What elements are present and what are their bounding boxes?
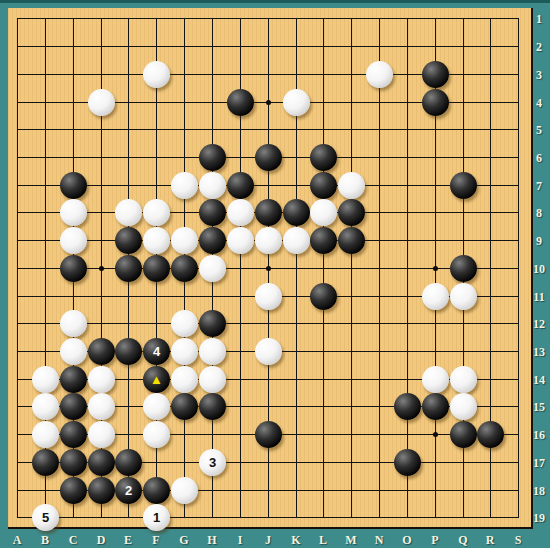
stone-C14 — [60, 366, 87, 393]
stone-E13 — [115, 338, 142, 365]
stone-Q16 — [450, 421, 477, 448]
star-point — [99, 266, 104, 271]
coord-letter-C: C — [65, 533, 81, 548]
go-app-window: 4▲3251ABCDEFGHIJKLMNOPQRS123456789101112… — [0, 0, 550, 548]
coord-letter-M: M — [343, 533, 359, 548]
coord-number-13: 13 — [528, 345, 550, 360]
grid-line-vertical — [323, 18, 324, 518]
stone-E8 — [115, 199, 142, 226]
stone-R16 — [477, 421, 504, 448]
star-point — [266, 266, 271, 271]
coord-number-9: 9 — [528, 234, 550, 249]
stone-Q7 — [450, 172, 477, 199]
stone-L8 — [310, 199, 337, 226]
stone-I9 — [227, 227, 254, 254]
coord-letter-E: E — [120, 533, 136, 548]
stone-G13 — [171, 338, 198, 365]
stone-P15 — [422, 393, 449, 420]
coord-number-7: 7 — [528, 179, 550, 194]
stone-H10 — [199, 255, 226, 282]
stone-D13 — [88, 338, 115, 365]
stone-P14 — [422, 366, 449, 393]
stone-J9 — [255, 227, 282, 254]
stone-C13 — [60, 338, 87, 365]
stone-Q15 — [450, 393, 477, 420]
stone-C12 — [60, 310, 87, 337]
coord-letter-Q: Q — [455, 533, 471, 548]
stone-L9 — [310, 227, 337, 254]
stone-L11 — [310, 283, 337, 310]
coord-letter-S: S — [510, 533, 526, 548]
stone-C9 — [60, 227, 87, 254]
stone-I8 — [227, 199, 254, 226]
stone-O17 — [394, 449, 421, 476]
stone-C17 — [60, 449, 87, 476]
coord-letter-I: I — [232, 533, 248, 548]
stone-F8 — [143, 199, 170, 226]
stone-G15 — [171, 393, 198, 420]
coord-number-16: 16 — [528, 428, 550, 443]
coord-letter-P: P — [427, 533, 443, 548]
coord-number-8: 8 — [528, 206, 550, 221]
stone-Q10 — [450, 255, 477, 282]
coord-number-11: 11 — [528, 290, 550, 305]
stone-L6 — [310, 144, 337, 171]
stone-G14 — [171, 366, 198, 393]
grid-line-vertical — [518, 18, 519, 518]
stone-E10 — [115, 255, 142, 282]
stone-K4 — [283, 89, 310, 116]
window-top-edge — [0, 0, 550, 3]
stone-C16 — [60, 421, 87, 448]
coord-letter-R: R — [482, 533, 498, 548]
move-number-label: 4 — [153, 345, 160, 358]
stone-F18 — [143, 477, 170, 504]
coord-letter-J: J — [260, 533, 276, 548]
stone-F13: 4 — [143, 338, 170, 365]
stone-P4 — [422, 89, 449, 116]
stone-H7 — [199, 172, 226, 199]
stone-C15 — [60, 393, 87, 420]
stone-M8 — [338, 199, 365, 226]
stone-G9 — [171, 227, 198, 254]
stone-G18 — [171, 477, 198, 504]
stone-H8 — [199, 199, 226, 226]
stone-D16 — [88, 421, 115, 448]
coord-letter-D: D — [93, 533, 109, 548]
stone-F3 — [143, 61, 170, 88]
coord-letter-O: O — [399, 533, 415, 548]
stone-H12 — [199, 310, 226, 337]
stone-C7 — [60, 172, 87, 199]
stone-E17 — [115, 449, 142, 476]
coord-letter-B: B — [37, 533, 53, 548]
stone-J16 — [255, 421, 282, 448]
stone-H14 — [199, 366, 226, 393]
stone-F10 — [143, 255, 170, 282]
move-number-label: 2 — [125, 484, 132, 497]
coord-number-17: 17 — [528, 456, 550, 471]
move-number-label: 5 — [42, 511, 49, 524]
stone-B14 — [32, 366, 59, 393]
stone-F16 — [143, 421, 170, 448]
stone-B17 — [32, 449, 59, 476]
stone-D4 — [88, 89, 115, 116]
stone-J11 — [255, 283, 282, 310]
coord-number-14: 14 — [528, 373, 550, 388]
stone-M9 — [338, 227, 365, 254]
stone-K9 — [283, 227, 310, 254]
grid-line-horizontal — [17, 517, 519, 518]
triangle-marker: ▲ — [150, 373, 163, 386]
stone-J8 — [255, 199, 282, 226]
stone-C8 — [60, 199, 87, 226]
stone-H9 — [199, 227, 226, 254]
stone-Q11 — [450, 283, 477, 310]
stone-F14: ▲ — [143, 366, 170, 393]
stone-C18 — [60, 477, 87, 504]
coord-letter-A: A — [9, 533, 25, 548]
coord-letter-F: F — [148, 533, 164, 548]
stone-P11 — [422, 283, 449, 310]
stone-D14 — [88, 366, 115, 393]
stone-P3 — [422, 61, 449, 88]
stone-I7 — [227, 172, 254, 199]
coord-number-3: 3 — [528, 68, 550, 83]
coord-number-18: 18 — [528, 484, 550, 499]
grid-line-vertical — [379, 18, 380, 518]
stone-B15 — [32, 393, 59, 420]
coord-number-19: 19 — [528, 511, 550, 526]
stone-M7 — [338, 172, 365, 199]
stone-H15 — [199, 393, 226, 420]
star-point — [433, 266, 438, 271]
move-number-label: 1 — [153, 511, 160, 524]
grid-line-vertical — [407, 18, 408, 518]
stone-D15 — [88, 393, 115, 420]
coord-number-15: 15 — [528, 400, 550, 415]
move-number-label: 3 — [209, 456, 216, 469]
coord-number-6: 6 — [528, 151, 550, 166]
stone-F9 — [143, 227, 170, 254]
stone-Q14 — [450, 366, 477, 393]
star-point — [433, 432, 438, 437]
coord-number-4: 4 — [528, 96, 550, 111]
coord-letter-H: H — [204, 533, 220, 548]
coord-number-1: 1 — [528, 12, 550, 27]
grid-line-horizontal — [17, 323, 519, 324]
star-point — [266, 100, 271, 105]
coord-letter-K: K — [288, 533, 304, 548]
stone-E18: 2 — [115, 477, 142, 504]
coord-letter-G: G — [176, 533, 192, 548]
coord-number-5: 5 — [528, 123, 550, 138]
coord-letter-L: L — [315, 533, 331, 548]
stone-K8 — [283, 199, 310, 226]
coord-letter-N: N — [371, 533, 387, 548]
stone-H17: 3 — [199, 449, 226, 476]
coord-number-12: 12 — [528, 317, 550, 332]
stone-G10 — [171, 255, 198, 282]
grid-line-vertical — [351, 18, 352, 518]
coord-number-10: 10 — [528, 262, 550, 277]
stone-F15 — [143, 393, 170, 420]
stone-E9 — [115, 227, 142, 254]
stone-I4 — [227, 89, 254, 116]
stone-D17 — [88, 449, 115, 476]
stone-D18 — [88, 477, 115, 504]
stone-G7 — [171, 172, 198, 199]
stone-F19: 1 — [143, 504, 170, 531]
stone-L7 — [310, 172, 337, 199]
stone-B19: 5 — [32, 504, 59, 531]
stone-H6 — [199, 144, 226, 171]
stone-J13 — [255, 338, 282, 365]
stone-G12 — [171, 310, 198, 337]
stone-H13 — [199, 338, 226, 365]
stone-O15 — [394, 393, 421, 420]
stone-B16 — [32, 421, 59, 448]
stone-J6 — [255, 144, 282, 171]
coord-number-2: 2 — [528, 40, 550, 55]
stone-N3 — [366, 61, 393, 88]
stone-C10 — [60, 255, 87, 282]
